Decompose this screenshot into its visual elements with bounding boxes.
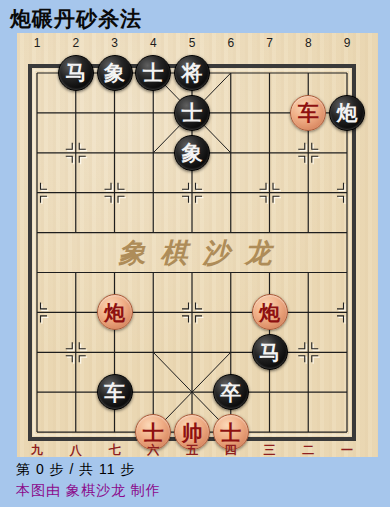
file-label: 2 — [56, 35, 95, 51]
black-piece-士: 士 — [135, 55, 171, 91]
red-piece-炮: 炮 — [252, 294, 288, 330]
file-label: 5 — [173, 35, 212, 51]
piece-grid: 马象士将士车炮象炮炮马车卒士帅士 — [18, 53, 367, 452]
piece-character: 马 — [65, 62, 86, 83]
piece-character: 车 — [298, 102, 319, 123]
rank-label: 九 — [18, 442, 57, 458]
file-label: 1 — [18, 35, 57, 51]
black-piece-士: 士 — [174, 95, 210, 131]
rank-label: 八 — [56, 442, 95, 458]
page-title: 炮碾丹砂杀法 — [10, 5, 142, 33]
file-label: 7 — [250, 35, 289, 51]
move-counter: 第 0 步 / 共 11 步 — [16, 461, 136, 479]
file-label: 6 — [211, 35, 250, 51]
piece-character: 帅 — [182, 422, 203, 443]
credit-site-link[interactable]: 象棋沙龙 — [66, 482, 126, 498]
piece-character: 士 — [220, 422, 241, 443]
piece-character: 士 — [182, 102, 203, 123]
piece-character: 将 — [182, 62, 203, 83]
black-piece-马: 马 — [58, 55, 94, 91]
credit-line: 本图由 象棋沙龙 制作 — [16, 482, 161, 500]
rank-label: 五 — [173, 442, 212, 458]
black-piece-象: 象 — [97, 55, 133, 91]
red-piece-车: 车 — [290, 95, 326, 131]
black-piece-卒: 卒 — [213, 374, 249, 410]
piece-character: 炮 — [337, 102, 358, 123]
piece-character: 炮 — [259, 302, 280, 323]
black-piece-炮: 炮 — [329, 95, 365, 131]
rank-label: 三 — [250, 442, 289, 458]
file-label: 8 — [289, 35, 328, 51]
xiangqi-board: 123456789 象棋沙龙 马象士将士车炮象炮炮马车卒士帅士 九八七六五四三二… — [17, 33, 378, 457]
file-label: 3 — [95, 35, 134, 51]
bottom-file-labels: 九八七六五四三二一 — [18, 442, 367, 458]
page: 炮碾丹砂杀法 123456789 象棋沙龙 马象士将士车炮象炮炮马车卒士帅士 九… — [0, 0, 390, 507]
file-label: 4 — [134, 35, 173, 51]
file-label: 9 — [328, 35, 367, 51]
piece-character: 车 — [104, 382, 125, 403]
red-piece-炮: 炮 — [97, 294, 133, 330]
piece-character: 士 — [143, 62, 164, 83]
piece-character: 象 — [104, 62, 125, 83]
piece-character: 象 — [182, 142, 203, 163]
piece-character: 炮 — [104, 302, 125, 323]
rank-label: 七 — [95, 442, 134, 458]
top-file-labels: 123456789 — [18, 35, 367, 51]
credit-suffix: 制作 — [126, 482, 161, 498]
rank-label: 二 — [289, 442, 328, 458]
piece-character: 卒 — [220, 382, 241, 403]
piece-character: 马 — [259, 342, 280, 363]
black-piece-象: 象 — [174, 135, 210, 171]
black-piece-马: 马 — [252, 334, 288, 370]
rank-label: 四 — [211, 442, 250, 458]
black-piece-将: 将 — [174, 55, 210, 91]
rank-label: 一 — [328, 442, 367, 458]
rank-label: 六 — [134, 442, 173, 458]
black-piece-车: 车 — [97, 374, 133, 410]
credit-prefix: 本图由 — [16, 482, 66, 498]
piece-character: 士 — [143, 422, 164, 443]
